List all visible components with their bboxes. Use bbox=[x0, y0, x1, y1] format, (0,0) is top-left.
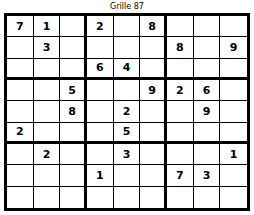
given-digit: 1 bbox=[230, 149, 238, 160]
given-digit: 4 bbox=[123, 62, 131, 73]
given-digit: 6 bbox=[203, 85, 211, 96]
cell-r4c9[interactable] bbox=[220, 80, 247, 101]
cell-r4c2[interactable] bbox=[34, 80, 61, 101]
cell-r8c1[interactable] bbox=[7, 165, 34, 186]
cell-r8c5[interactable] bbox=[114, 165, 141, 186]
cell-r6c7[interactable] bbox=[167, 123, 194, 144]
cell-r2c4[interactable] bbox=[87, 37, 114, 58]
cell-r5c7[interactable] bbox=[167, 101, 194, 122]
given-digit: 5 bbox=[68, 85, 76, 96]
given-digit: 2 bbox=[123, 106, 131, 117]
cell-r8c7[interactable]: 7 bbox=[167, 165, 194, 186]
cell-r1c2[interactable]: 1 bbox=[34, 16, 61, 37]
cell-r5c5[interactable]: 2 bbox=[114, 101, 141, 122]
cell-r8c2[interactable] bbox=[34, 165, 61, 186]
sudoku-board: 712838964592682925231173 bbox=[4, 13, 250, 211]
cell-r3c9[interactable] bbox=[220, 59, 247, 80]
cell-r2c1[interactable] bbox=[7, 37, 34, 58]
cell-r7c4[interactable] bbox=[87, 144, 114, 165]
cell-r9c9[interactable] bbox=[220, 187, 247, 208]
given-digit: 9 bbox=[148, 85, 156, 96]
cell-r1c1[interactable]: 7 bbox=[7, 16, 34, 37]
given-digit: 6 bbox=[96, 62, 104, 73]
cell-r1c6[interactable]: 8 bbox=[140, 16, 167, 37]
cell-r8c4[interactable]: 1 bbox=[87, 165, 114, 186]
cell-r5c6[interactable] bbox=[140, 101, 167, 122]
cell-r9c3[interactable] bbox=[60, 187, 87, 208]
cell-r6c4[interactable] bbox=[87, 123, 114, 144]
cell-r6c5[interactable]: 5 bbox=[114, 123, 141, 144]
cell-r3c7[interactable] bbox=[167, 59, 194, 80]
cell-r6c8[interactable] bbox=[194, 123, 221, 144]
cell-r1c5[interactable] bbox=[114, 16, 141, 37]
cell-r4c8[interactable]: 6 bbox=[194, 80, 221, 101]
given-digit: 9 bbox=[203, 106, 211, 117]
given-digit: 2 bbox=[16, 126, 24, 137]
cell-r2c6[interactable] bbox=[140, 37, 167, 58]
cell-r2c9[interactable]: 9 bbox=[220, 37, 247, 58]
cell-r2c8[interactable] bbox=[194, 37, 221, 58]
cell-r5c8[interactable]: 9 bbox=[194, 101, 221, 122]
given-digit: 8 bbox=[68, 106, 76, 117]
cell-r3c8[interactable] bbox=[194, 59, 221, 80]
given-digit: 3 bbox=[203, 170, 211, 181]
given-digit: 2 bbox=[96, 21, 104, 32]
cell-r7c6[interactable] bbox=[140, 144, 167, 165]
cell-r4c6[interactable]: 9 bbox=[140, 80, 167, 101]
cell-r9c2[interactable] bbox=[34, 187, 61, 208]
cell-r7c5[interactable]: 3 bbox=[114, 144, 141, 165]
cell-r5c3[interactable]: 8 bbox=[60, 101, 87, 122]
cell-r3c6[interactable] bbox=[140, 59, 167, 80]
given-digit: 2 bbox=[43, 149, 51, 160]
cell-r1c7[interactable] bbox=[167, 16, 194, 37]
cell-r6c9[interactable] bbox=[220, 123, 247, 144]
cell-r1c4[interactable]: 2 bbox=[87, 16, 114, 37]
cell-r4c3[interactable]: 5 bbox=[60, 80, 87, 101]
cell-r9c4[interactable] bbox=[87, 187, 114, 208]
cell-r3c3[interactable] bbox=[60, 59, 87, 80]
cell-r4c4[interactable] bbox=[87, 80, 114, 101]
cell-r9c1[interactable] bbox=[7, 187, 34, 208]
cell-r5c2[interactable] bbox=[34, 101, 61, 122]
cell-r7c8[interactable] bbox=[194, 144, 221, 165]
cell-r9c6[interactable] bbox=[140, 187, 167, 208]
cell-r8c6[interactable] bbox=[140, 165, 167, 186]
given-digit: 1 bbox=[96, 170, 104, 181]
cell-r7c2[interactable]: 2 bbox=[34, 144, 61, 165]
cell-r4c1[interactable] bbox=[7, 80, 34, 101]
given-digit: 5 bbox=[123, 126, 131, 137]
cell-r2c5[interactable] bbox=[114, 37, 141, 58]
given-digit: 9 bbox=[230, 42, 238, 53]
given-digit: 3 bbox=[123, 149, 131, 160]
cell-r6c3[interactable] bbox=[60, 123, 87, 144]
cell-r3c4[interactable]: 6 bbox=[87, 59, 114, 80]
given-digit: 8 bbox=[148, 21, 156, 32]
cell-r9c5[interactable] bbox=[114, 187, 141, 208]
puzzle-title: Grille 87 bbox=[0, 1, 254, 12]
given-digit: 2 bbox=[176, 85, 184, 96]
cell-r4c5[interactable] bbox=[114, 80, 141, 101]
given-digit: 7 bbox=[176, 170, 184, 181]
given-digit: 1 bbox=[43, 21, 51, 32]
cell-r3c5[interactable]: 4 bbox=[114, 59, 141, 80]
cell-r7c3[interactable] bbox=[60, 144, 87, 165]
given-digit: 3 bbox=[43, 42, 51, 53]
cell-r1c3[interactable] bbox=[60, 16, 87, 37]
cell-r2c7[interactable]: 8 bbox=[167, 37, 194, 58]
given-digit: 7 bbox=[16, 21, 24, 32]
cell-r6c2[interactable] bbox=[34, 123, 61, 144]
cell-r3c2[interactable] bbox=[34, 59, 61, 80]
cell-r5c4[interactable] bbox=[87, 101, 114, 122]
cell-r8c9[interactable] bbox=[220, 165, 247, 186]
cell-r2c2[interactable]: 3 bbox=[34, 37, 61, 58]
cell-r8c3[interactable] bbox=[60, 165, 87, 186]
cell-r6c1[interactable]: 2 bbox=[7, 123, 34, 144]
cell-r9c8[interactable] bbox=[194, 187, 221, 208]
cell-r6c6[interactable] bbox=[140, 123, 167, 144]
cell-r2c3[interactable] bbox=[60, 37, 87, 58]
cell-r7c9[interactable]: 1 bbox=[220, 144, 247, 165]
cell-r1c9[interactable] bbox=[220, 16, 247, 37]
cell-r8c8[interactable]: 3 bbox=[194, 165, 221, 186]
cell-r5c9[interactable] bbox=[220, 101, 247, 122]
given-digit: 8 bbox=[176, 42, 184, 53]
cell-r1c8[interactable] bbox=[194, 16, 221, 37]
cell-r3c1[interactable] bbox=[7, 59, 34, 80]
cell-r7c7[interactable] bbox=[167, 144, 194, 165]
cell-r5c1[interactable] bbox=[7, 101, 34, 122]
cell-r7c1[interactable] bbox=[7, 144, 34, 165]
cell-r4c7[interactable]: 2 bbox=[167, 80, 194, 101]
sudoku-page: Grille 87 712838964592682925231173 bbox=[0, 0, 254, 215]
cell-r9c7[interactable] bbox=[167, 187, 194, 208]
